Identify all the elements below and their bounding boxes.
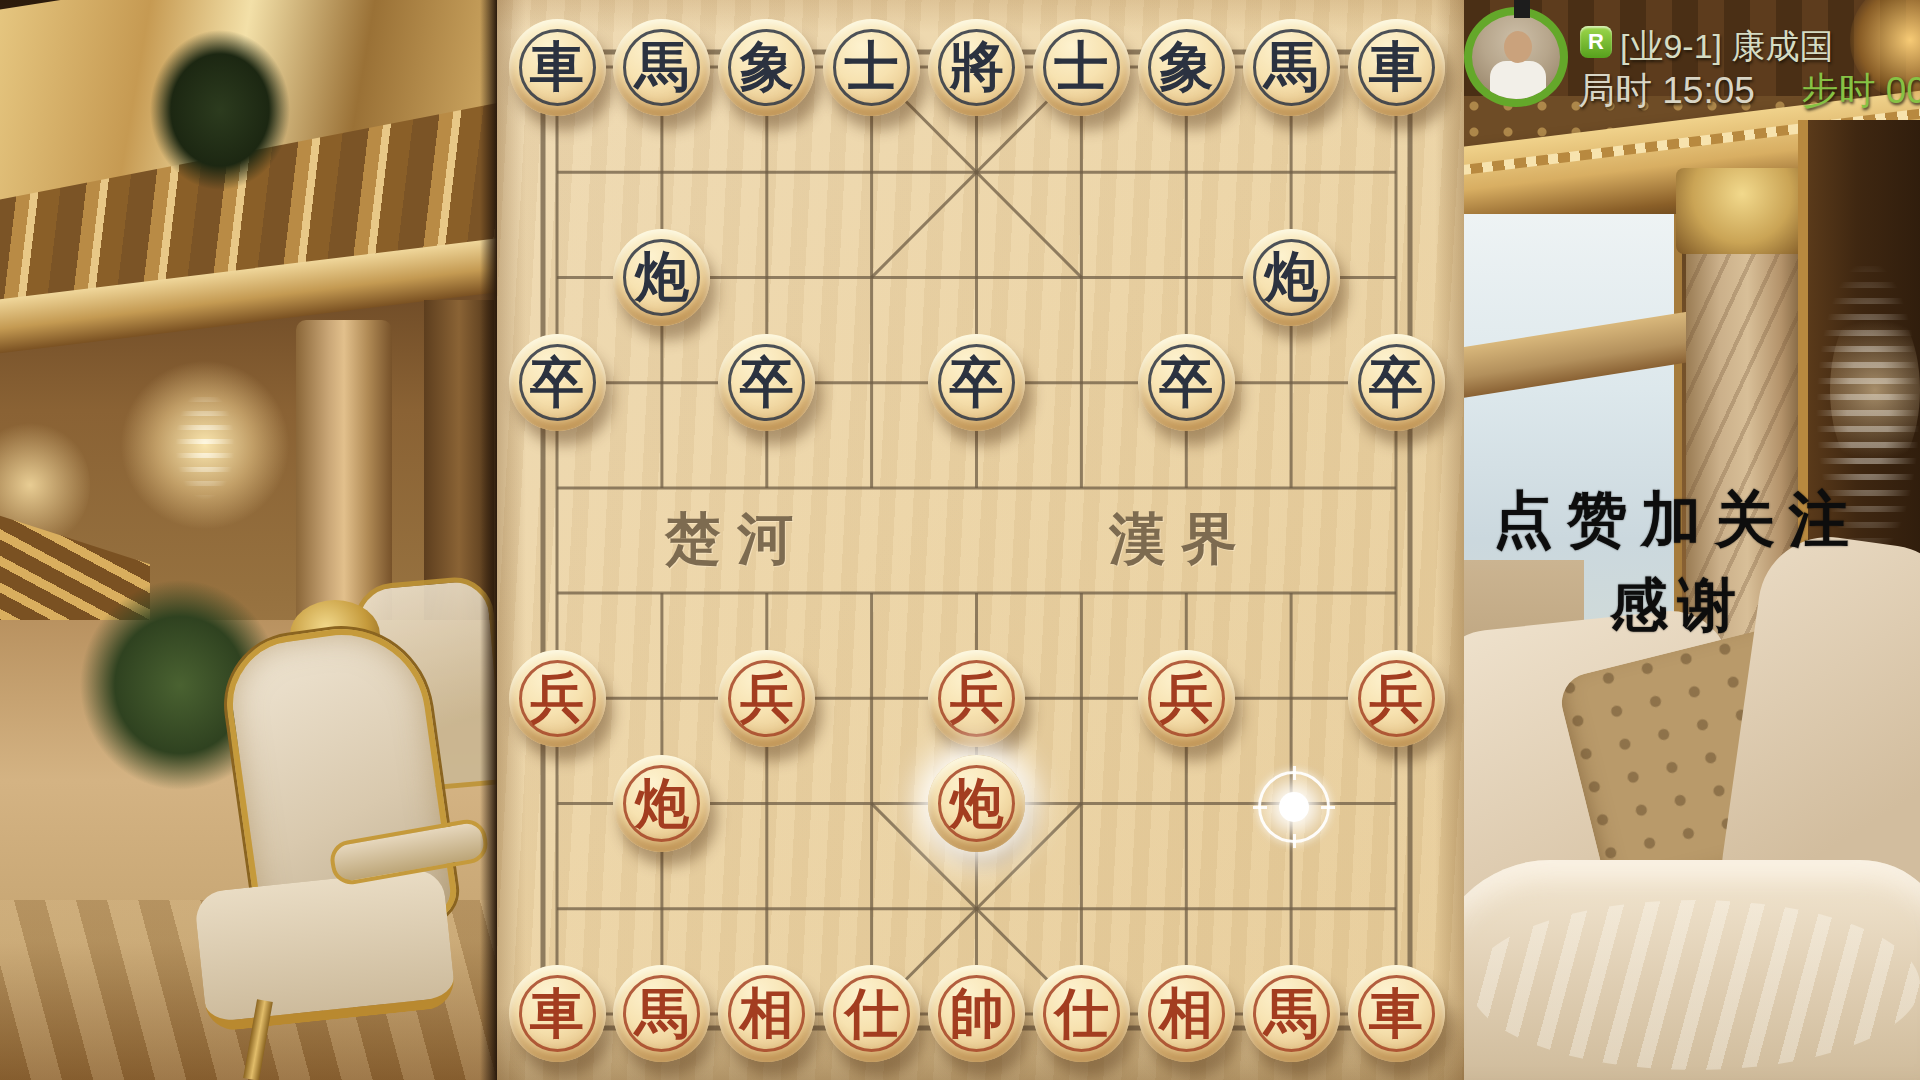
game-time-value: 15:05 <box>1662 70 1755 111</box>
piece-red-兵-f0r6[interactable]: 兵 <box>509 650 606 747</box>
piece-red-兵-f2r6[interactable]: 兵 <box>718 650 815 747</box>
piece-glyph: 卒 <box>950 355 1004 409</box>
silk-sheen <box>1470 900 1920 1070</box>
piece-glyph: 象 <box>740 39 794 93</box>
step-time-value: 00:30 <box>1886 70 1920 111</box>
piece-black-象-f6r0[interactable]: 象 <box>1138 19 1235 116</box>
piece-black-馬-f7r0[interactable]: 馬 <box>1243 19 1340 116</box>
piece-red-相-f6r9[interactable]: 相 <box>1138 965 1235 1062</box>
piece-glyph: 炮 <box>635 249 689 303</box>
piece-glyph: 仕 <box>845 986 899 1040</box>
piece-red-帥-f4r9[interactable]: 帥 <box>928 965 1025 1062</box>
game-time-label: 局时 <box>1578 70 1652 111</box>
piece-glyph: 士 <box>845 39 899 93</box>
piece-glyph: 將 <box>950 39 1004 93</box>
piece-glyph: 相 <box>1159 986 1213 1040</box>
piece-glyph: 帥 <box>950 986 1004 1040</box>
selection-cursor <box>1258 771 1330 843</box>
piece-glyph: 仕 <box>1054 986 1108 1040</box>
board-edge-shadow <box>480 0 497 1080</box>
piece-glyph: 相 <box>740 986 794 1040</box>
piece-glyph: 馬 <box>635 986 689 1040</box>
player-name: [业9-1] 康成国 <box>1620 24 1833 70</box>
rank-badge-icon: R <box>1580 26 1612 58</box>
piece-glyph: 兵 <box>1369 670 1423 724</box>
piece-black-士-f3r0[interactable]: 士 <box>823 19 920 116</box>
piece-black-卒-f0r3[interactable]: 卒 <box>509 334 606 431</box>
piece-red-車-f8r9[interactable]: 車 <box>1348 965 1445 1062</box>
piece-glyph: 車 <box>530 986 584 1040</box>
piece-glyph: 卒 <box>1369 355 1423 409</box>
player-panel: R [业9-1] 康成国 局时 15:05 步时 00:30 <box>1456 0 1920 132</box>
river-label-right: 漢界 <box>1109 496 1253 584</box>
piece-glyph: 炮 <box>635 776 689 830</box>
piece-red-仕-f3r9[interactable]: 仕 <box>823 965 920 1062</box>
gilded-capital <box>1676 168 1808 254</box>
piece-red-炮-f4r7[interactable]: 炮 <box>928 755 1025 852</box>
piece-black-車-f8r0[interactable]: 車 <box>1348 19 1445 116</box>
calligraphy-line1: 点赞加关注 <box>1478 480 1878 561</box>
piece-glyph: 炮 <box>1264 249 1318 303</box>
piece-glyph: 馬 <box>635 39 689 93</box>
piece-black-車-f0r0[interactable]: 車 <box>509 19 606 116</box>
gilded-armchair-seat <box>193 867 456 1032</box>
avatar-shirt <box>1490 61 1546 106</box>
piece-black-象-f2r0[interactable]: 象 <box>718 19 815 116</box>
piece-red-兵-f8r6[interactable]: 兵 <box>1348 650 1445 747</box>
avatar-head <box>1504 31 1532 63</box>
timers: 局时 15:05 步时 00:30 <box>1578 66 1920 116</box>
piece-glyph: 炮 <box>950 776 1004 830</box>
plant-leaves <box>150 30 290 190</box>
piece-black-卒-f8r3[interactable]: 卒 <box>1348 334 1445 431</box>
piece-glyph: 卒 <box>1159 355 1213 409</box>
piece-glyph: 兵 <box>740 670 794 724</box>
piece-black-炮-f7r2[interactable]: 炮 <box>1243 229 1340 326</box>
piece-red-兵-f6r6[interactable]: 兵 <box>1138 650 1235 747</box>
piece-black-將-f4r0[interactable]: 將 <box>928 19 1025 116</box>
crystal-chandelier <box>120 360 290 530</box>
piece-red-車-f0r9[interactable]: 車 <box>509 965 606 1062</box>
piece-glyph: 卒 <box>530 355 584 409</box>
piece-glyph: 車 <box>530 39 584 93</box>
piece-red-兵-f4r6[interactable]: 兵 <box>928 650 1025 747</box>
xiangqi-board[interactable]: 楚河 漢界 車馬象士將士象馬車炮炮卒卒卒卒卒兵兵兵兵兵炮炮車馬相仕帥仕相馬車 <box>497 0 1464 1080</box>
screen: 楚河 漢界 車馬象士將士象馬車炮炮卒卒卒卒卒兵兵兵兵兵炮炮車馬相仕帥仕相馬車 R… <box>0 0 1920 1080</box>
piece-glyph: 車 <box>1369 986 1423 1040</box>
background-left-photo <box>0 0 497 1080</box>
piece-red-馬-f7r9[interactable]: 馬 <box>1243 965 1340 1062</box>
piece-black-卒-f4r3[interactable]: 卒 <box>928 334 1025 431</box>
avatar-ring-notch <box>1514 0 1530 18</box>
calligraphy-line2: 感谢 <box>1478 567 1878 645</box>
piece-glyph: 馬 <box>1264 39 1318 93</box>
piece-red-炮-f1r7[interactable]: 炮 <box>613 755 710 852</box>
piece-glyph: 兵 <box>1159 670 1213 724</box>
cursor-glow-dot <box>1279 792 1309 822</box>
piece-red-仕-f5r9[interactable]: 仕 <box>1033 965 1130 1062</box>
piece-glyph: 兵 <box>950 670 1004 724</box>
calligraphy-overlay: 点赞加关注 感谢 <box>1478 480 1878 645</box>
step-time-label: 步时 <box>1801 70 1875 111</box>
piece-black-卒-f6r3[interactable]: 卒 <box>1138 334 1235 431</box>
river-label-left: 楚河 <box>665 496 809 584</box>
piece-glyph: 兵 <box>530 670 584 724</box>
piece-glyph: 車 <box>1369 39 1423 93</box>
piece-black-馬-f1r0[interactable]: 馬 <box>613 19 710 116</box>
piece-glyph: 卒 <box>740 355 794 409</box>
piece-black-炮-f1r2[interactable]: 炮 <box>613 229 710 326</box>
piece-black-士-f5r0[interactable]: 士 <box>1033 19 1130 116</box>
piece-glyph: 象 <box>1159 39 1213 93</box>
piece-glyph: 馬 <box>1264 986 1318 1040</box>
piece-black-卒-f2r3[interactable]: 卒 <box>718 334 815 431</box>
piece-glyph: 士 <box>1054 39 1108 93</box>
player-avatar[interactable] <box>1464 7 1568 107</box>
board-grid <box>497 0 1464 1080</box>
